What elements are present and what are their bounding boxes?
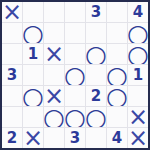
circle-glyph: ○ xyxy=(107,86,127,106)
cell-r1c6[interactable] xyxy=(107,2,127,22)
cell-r5c1[interactable] xyxy=(2,86,22,106)
clue-number: 1 xyxy=(133,67,143,82)
cell-r2c5[interactable] xyxy=(86,23,106,43)
cell-r6c4: ○ xyxy=(65,107,85,127)
cell-r7c7: × xyxy=(128,128,148,148)
cell-r4c2[interactable] xyxy=(23,65,43,85)
cross-glyph: × xyxy=(2,2,22,22)
cell-r5c2: ○ xyxy=(23,86,43,106)
cell-r7c1: 2 xyxy=(2,128,22,148)
circle-glyph: ○ xyxy=(86,44,106,64)
cell-r7c5[interactable] xyxy=(86,128,106,148)
clue-number: 4 xyxy=(133,4,143,19)
cross-glyph: × xyxy=(23,128,43,148)
circle-glyph: ○ xyxy=(107,65,127,85)
cell-r6c2[interactable] xyxy=(23,107,43,127)
clue-number: 3 xyxy=(7,67,17,82)
cell-r5c5: 2 xyxy=(86,86,106,106)
cell-r2c2: ○ xyxy=(23,23,43,43)
cross-glyph: × xyxy=(128,107,148,127)
cross-glyph: × xyxy=(44,44,64,64)
cell-r2c6[interactable] xyxy=(107,23,127,43)
cell-r5c4[interactable] xyxy=(65,86,85,106)
cell-r7c3[interactable] xyxy=(44,128,64,148)
cell-r7c6: 4 xyxy=(107,128,127,148)
cell-r1c4[interactable] xyxy=(65,2,85,22)
cell-r1c1: × xyxy=(2,2,22,22)
cell-r3c5: ○ xyxy=(86,44,106,64)
clue-number: 2 xyxy=(7,130,17,145)
circle-glyph: ○ xyxy=(128,23,148,43)
cell-r1c3[interactable] xyxy=(44,2,64,22)
clue-number: 1 xyxy=(28,46,38,61)
cell-r3c4[interactable] xyxy=(65,44,85,64)
cell-r5c7[interactable] xyxy=(128,86,148,106)
clue-number: 4 xyxy=(112,130,122,145)
cell-r2c3[interactable] xyxy=(44,23,64,43)
cell-r7c2: × xyxy=(23,128,43,148)
cell-r1c2[interactable] xyxy=(23,2,43,22)
cell-r6c5: ○ xyxy=(86,107,106,127)
puzzle-board: ×34○○1×○○3○○1○×2○○○○×2×34× xyxy=(0,0,150,150)
circle-glyph: ○ xyxy=(65,65,85,85)
cell-r5c6: ○ xyxy=(107,86,127,106)
circle-glyph: ○ xyxy=(128,44,148,64)
cross-glyph: × xyxy=(44,86,64,106)
cell-r1c7: 4 xyxy=(128,2,148,22)
cell-r4c3[interactable] xyxy=(44,65,64,85)
cell-r4c4: ○ xyxy=(65,65,85,85)
cell-r6c3: ○ xyxy=(44,107,64,127)
cell-r5c3: × xyxy=(44,86,64,106)
cell-r7c4: 3 xyxy=(65,128,85,148)
cell-r4c6: ○ xyxy=(107,65,127,85)
circle-glyph: ○ xyxy=(23,23,43,43)
cell-r4c5[interactable] xyxy=(86,65,106,85)
cell-r1c5: 3 xyxy=(86,2,106,22)
cell-r2c4[interactable] xyxy=(65,23,85,43)
circle-glyph: ○ xyxy=(65,107,85,127)
cell-r2c7: ○ xyxy=(128,23,148,43)
clue-number: 3 xyxy=(91,4,101,19)
circle-glyph: ○ xyxy=(44,107,64,127)
cell-r3c7: ○ xyxy=(128,44,148,64)
clue-number: 3 xyxy=(70,130,80,145)
cell-r6c1[interactable] xyxy=(2,107,22,127)
clue-number: 2 xyxy=(91,88,101,103)
cell-r2c1[interactable] xyxy=(2,23,22,43)
cell-r6c7: × xyxy=(128,107,148,127)
cell-r4c1: 3 xyxy=(2,65,22,85)
cell-r6c6[interactable] xyxy=(107,107,127,127)
cell-r3c3: × xyxy=(44,44,64,64)
cell-r4c7: 1 xyxy=(128,65,148,85)
cell-r3c2: 1 xyxy=(23,44,43,64)
cell-r3c6[interactable] xyxy=(107,44,127,64)
circle-glyph: ○ xyxy=(23,86,43,106)
cell-r3c1[interactable] xyxy=(2,44,22,64)
cross-glyph: × xyxy=(128,128,148,148)
circle-glyph: ○ xyxy=(86,107,106,127)
